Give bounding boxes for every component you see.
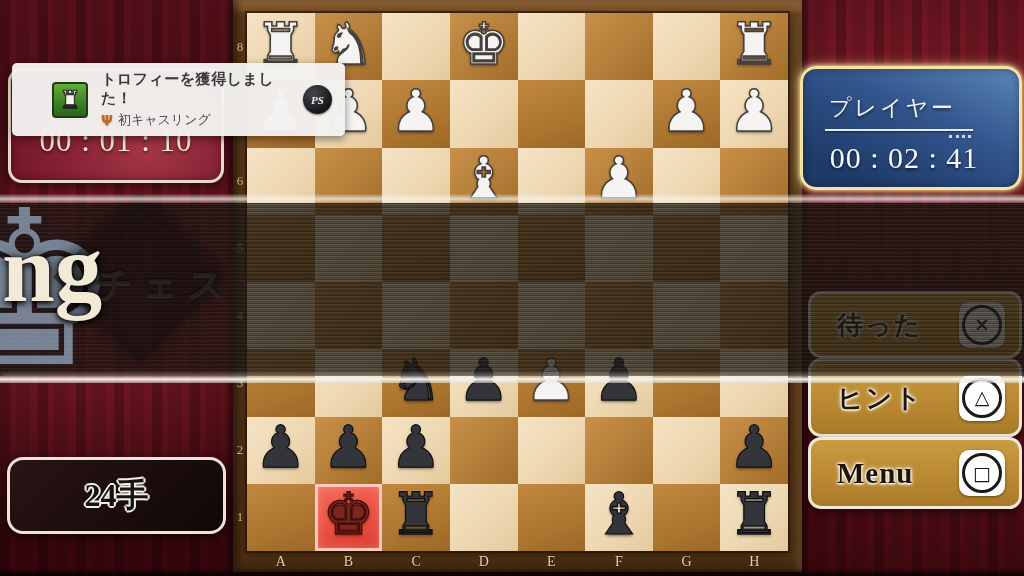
square-h3[interactable]: [720, 349, 788, 416]
square-g1[interactable]: [653, 484, 721, 551]
square-d2[interactable]: [450, 417, 518, 484]
square-d4[interactable]: [450, 282, 518, 349]
square-d6[interactable]: ♝: [450, 148, 518, 215]
black-pawn: ♟: [450, 350, 518, 408]
file-label-F: F: [585, 551, 653, 572]
black-pawn: ♟: [720, 418, 788, 476]
hint-button[interactable]: ヒント △: [808, 358, 1022, 437]
rank-label-1: 1: [233, 484, 247, 551]
square-b5[interactable]: [315, 215, 383, 282]
square-g6[interactable]: [653, 148, 721, 215]
square-d1[interactable]: [450, 484, 518, 551]
file-label-D: D: [450, 551, 518, 572]
square-f7[interactable]: [585, 80, 653, 147]
square-b2[interactable]: ♟: [315, 417, 383, 484]
black-pawn: ♟: [382, 418, 450, 476]
rank-label-6: 6: [233, 148, 247, 215]
square-e5[interactable]: [518, 215, 586, 282]
file-label-G: G: [653, 551, 721, 572]
square-g4[interactable]: [653, 282, 721, 349]
white-pawn: ♟: [518, 350, 586, 408]
square-h8[interactable]: ♜: [720, 13, 788, 80]
hint-button-label: ヒント: [837, 380, 923, 415]
banner-katakana: チェス: [96, 260, 234, 309]
menu-button[interactable]: Menu □: [808, 437, 1022, 509]
square-c6[interactable]: [382, 148, 450, 215]
square-a1[interactable]: [247, 484, 315, 551]
black-pawn: ♟: [247, 418, 315, 476]
square-e4[interactable]: [518, 282, 586, 349]
square-h2[interactable]: ♟: [720, 417, 788, 484]
square-a2[interactable]: ♟: [247, 417, 315, 484]
chess-piece-silhouette-icon: ♚: [0, 194, 121, 383]
square-h5[interactable]: [720, 215, 788, 282]
square-b4[interactable]: [315, 282, 383, 349]
black-pawn: ♟: [315, 418, 383, 476]
square-d5[interactable]: [450, 215, 518, 282]
file-labels: ABCDEFGH: [247, 551, 788, 572]
square-g2[interactable]: [653, 417, 721, 484]
black-bishop: ♝: [585, 485, 653, 543]
square-h6[interactable]: [720, 148, 788, 215]
white-pawn: ♟: [653, 81, 721, 139]
chess-game-screen: 87654321 ♜♞♚♜♟♟♟♟♟♝♟♞♟♟♟♟♟♟♟♚♜♝♜ ABCDEFG…: [0, 0, 1024, 576]
black-knight: ♞: [382, 350, 450, 408]
square-c4[interactable]: [382, 282, 450, 349]
rank-label-4: 4: [233, 282, 247, 349]
square-c7[interactable]: ♟: [382, 80, 450, 147]
undo-button-label: 待った: [837, 307, 922, 342]
square-b3[interactable]: [315, 349, 383, 416]
white-rook: ♜: [720, 14, 788, 72]
square-button-icon: □: [959, 450, 1005, 496]
white-pawn: ♟: [585, 149, 653, 207]
square-a5[interactable]: [247, 215, 315, 282]
file-label-H: H: [720, 551, 788, 572]
triangle-button-icon: △: [959, 375, 1005, 421]
square-c8[interactable]: [382, 13, 450, 80]
black-pawn: ♟: [585, 350, 653, 408]
rank-label-2: 2: [233, 417, 247, 484]
white-king: ♚: [450, 14, 518, 72]
square-d7[interactable]: [450, 80, 518, 147]
rank-label-3: 3: [233, 349, 247, 416]
square-f8[interactable]: [585, 13, 653, 80]
trophy-rook-icon: ♜: [52, 82, 88, 118]
file-label-B: B: [315, 551, 383, 572]
white-pawn: ♟: [720, 81, 788, 139]
square-c3[interactable]: ♞: [382, 349, 450, 416]
cross-button-icon: ×: [959, 302, 1005, 348]
square-e1[interactable]: [518, 484, 586, 551]
square-c1[interactable]: ♜: [382, 484, 450, 551]
square-d8[interactable]: ♚: [450, 13, 518, 80]
black-rook: ♜: [382, 485, 450, 543]
square-g5[interactable]: [653, 215, 721, 282]
white-bishop: ♝: [450, 149, 518, 207]
trophy-name: 初キャスリング: [118, 111, 211, 129]
square-g3[interactable]: [653, 349, 721, 416]
file-label-E: E: [518, 551, 586, 572]
menu-button-label: Menu: [837, 457, 914, 490]
square-a4[interactable]: [247, 282, 315, 349]
player-clock-time: 00 : 02 : 41: [803, 141, 1005, 175]
square-e2[interactable]: [518, 417, 586, 484]
move-counter: 24手: [7, 457, 226, 534]
square-c2[interactable]: ♟: [382, 417, 450, 484]
move-counter-text: 24手: [10, 474, 223, 518]
square-a6[interactable]: [247, 148, 315, 215]
banner-word-fragment: ng: [2, 222, 102, 317]
black-rook: ♜: [720, 485, 788, 543]
player-underline-dashes: [949, 135, 971, 138]
trophy-notification: ♜ トロフィーを獲得しました！ Ψ 初キャスリング PS: [12, 63, 345, 136]
trophy-notification-title: トロフィーを獲得しました！: [101, 70, 303, 108]
square-b6[interactable]: [315, 148, 383, 215]
trophy-cup-icon: Ψ: [101, 112, 113, 128]
square-f2[interactable]: [585, 417, 653, 484]
rank-label-5: 5: [233, 215, 247, 282]
player-panel: プレイヤー 00 : 02 : 41: [800, 66, 1022, 190]
square-g8[interactable]: [653, 13, 721, 80]
black-king: ♚: [315, 485, 383, 543]
square-e8[interactable]: [518, 13, 586, 80]
playstation-logo-icon: PS: [303, 85, 332, 114]
square-f4[interactable]: [585, 282, 653, 349]
player-underline: [825, 129, 973, 131]
square-g7[interactable]: ♟: [653, 80, 721, 147]
square-e6[interactable]: [518, 148, 586, 215]
square-c5[interactable]: [382, 215, 450, 282]
square-e7[interactable]: [518, 80, 586, 147]
square-f1[interactable]: ♝: [585, 484, 653, 551]
diamond-ornament: [53, 194, 226, 363]
square-f5[interactable]: [585, 215, 653, 282]
square-f3[interactable]: ♟: [585, 349, 653, 416]
file-label-C: C: [382, 551, 450, 572]
square-b1[interactable]: ♚: [315, 484, 383, 551]
file-label-A: A: [247, 551, 315, 572]
square-h1[interactable]: ♜: [720, 484, 788, 551]
undo-button[interactable]: 待った ×: [808, 291, 1022, 358]
square-f6[interactable]: ♟: [585, 148, 653, 215]
square-d3[interactable]: ♟: [450, 349, 518, 416]
square-h4[interactable]: [720, 282, 788, 349]
white-pawn: ♟: [382, 81, 450, 139]
player-label: プレイヤー: [829, 93, 956, 123]
square-a3[interactable]: [247, 349, 315, 416]
square-h7[interactable]: ♟: [720, 80, 788, 147]
square-e3[interactable]: ♟: [518, 349, 586, 416]
